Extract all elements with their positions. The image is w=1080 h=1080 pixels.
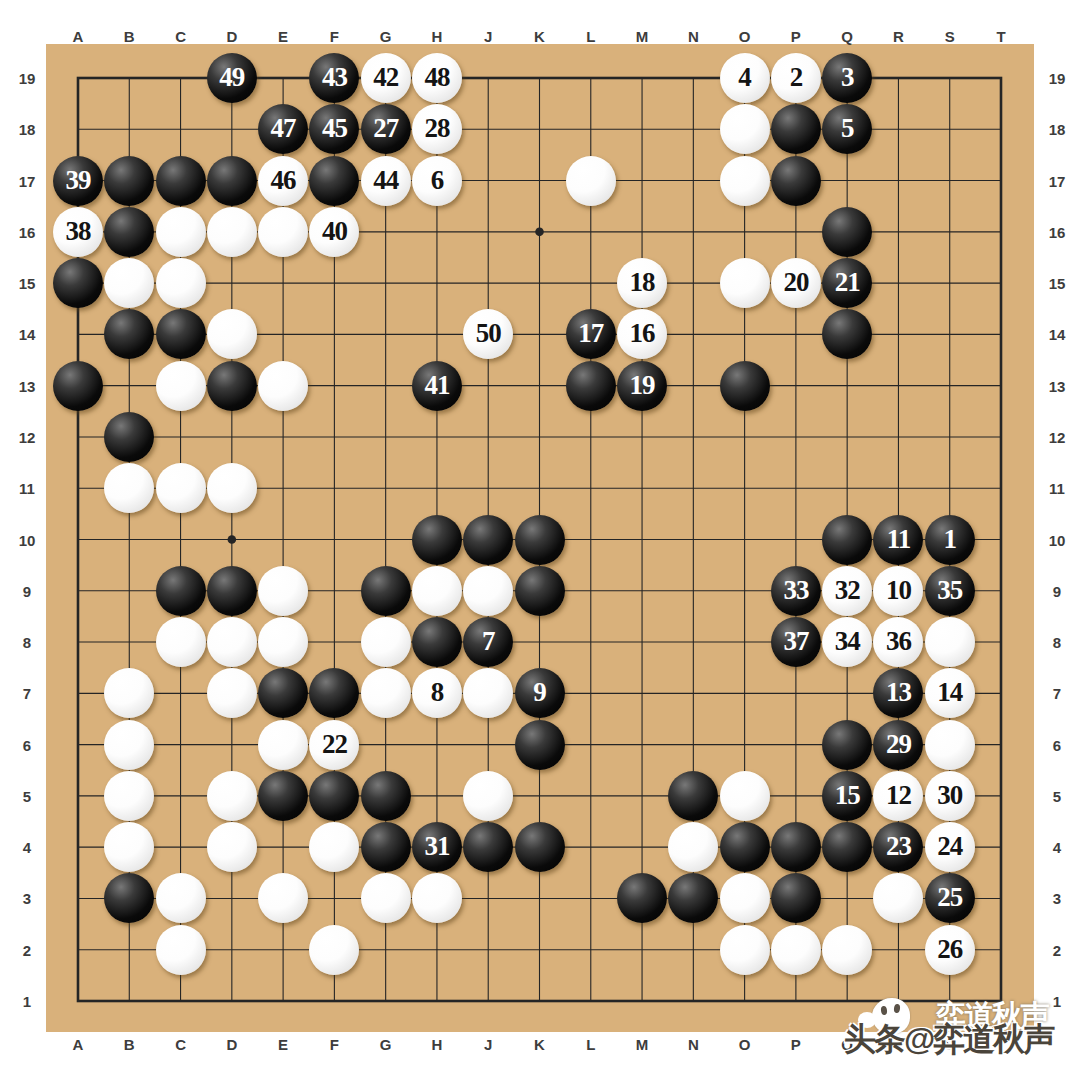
stone-F17-black	[309, 156, 359, 206]
stone-O15-white	[720, 258, 770, 308]
stone-Q15-black: 21	[822, 258, 872, 308]
stone-H3-white	[412, 873, 462, 923]
stone-E7-black	[258, 668, 308, 718]
stone-K4-black	[515, 822, 565, 872]
move-number: 46	[258, 156, 308, 206]
stone-O13-black	[720, 361, 770, 411]
stone-B11-white	[104, 463, 154, 513]
stone-R10-black: 11	[873, 515, 923, 565]
stone-R8-white: 36	[873, 617, 923, 667]
stone-B15-white	[104, 258, 154, 308]
move-number: 21	[822, 258, 872, 308]
stone-Q9-white: 32	[822, 566, 872, 616]
stone-B6-white	[104, 720, 154, 770]
stone-B12-black	[104, 412, 154, 462]
stone-E3-white	[258, 873, 308, 923]
stone-E18-black: 47	[258, 104, 308, 154]
stone-N3-black	[668, 873, 718, 923]
move-number: 16	[617, 309, 667, 359]
stone-H10-black	[412, 515, 462, 565]
stone-C16-white	[156, 207, 206, 257]
move-number: 23	[873, 822, 923, 872]
stone-O17-white	[720, 156, 770, 206]
move-number: 35	[925, 566, 975, 616]
stone-P3-black	[771, 873, 821, 923]
stone-K10-black	[515, 515, 565, 565]
stone-E13-white	[258, 361, 308, 411]
stone-A17-black: 39	[53, 156, 103, 206]
move-number: 20	[771, 258, 821, 308]
stone-S10-black: 1	[925, 515, 975, 565]
stone-D8-white	[207, 617, 257, 667]
stone-A13-black	[53, 361, 103, 411]
stone-K6-black	[515, 720, 565, 770]
move-number: 41	[412, 361, 462, 411]
stone-G9-black	[361, 566, 411, 616]
stone-C13-white	[156, 361, 206, 411]
stone-S8-white	[925, 617, 975, 667]
stone-G17-white: 44	[361, 156, 411, 206]
stone-M14-white: 16	[617, 309, 667, 359]
move-number: 38	[53, 207, 103, 257]
stone-A15-black	[53, 258, 103, 308]
stone-N5-black	[668, 771, 718, 821]
stone-P15-white: 20	[771, 258, 821, 308]
move-number: 7	[463, 617, 513, 667]
move-number: 3	[822, 53, 872, 103]
move-number: 47	[258, 104, 308, 154]
move-number: 12	[873, 771, 923, 821]
move-number: 17	[566, 309, 616, 359]
stone-G3-white	[361, 873, 411, 923]
stone-P4-black	[771, 822, 821, 872]
stone-C8-white	[156, 617, 206, 667]
stone-D13-black	[207, 361, 257, 411]
move-number: 48	[412, 53, 462, 103]
stone-D17-black	[207, 156, 257, 206]
stone-B7-white	[104, 668, 154, 718]
stone-B5-white	[104, 771, 154, 821]
move-number: 15	[822, 771, 872, 821]
stone-F16-white: 40	[309, 207, 359, 257]
move-number: 36	[873, 617, 923, 667]
stone-S9-black: 35	[925, 566, 975, 616]
stone-S6-white	[925, 720, 975, 770]
stone-N4-white	[668, 822, 718, 872]
stone-O19-white: 4	[720, 53, 770, 103]
stone-O5-white	[720, 771, 770, 821]
stone-S5-white: 30	[925, 771, 975, 821]
move-number: 34	[822, 617, 872, 667]
move-number: 4	[720, 53, 770, 103]
stone-Q10-black	[822, 515, 872, 565]
stone-H17-white: 6	[412, 156, 462, 206]
move-number: 25	[925, 873, 975, 923]
stone-P19-white: 2	[771, 53, 821, 103]
stone-P2-white	[771, 925, 821, 975]
move-number: 9	[515, 668, 565, 718]
move-number: 49	[207, 53, 257, 103]
stone-O18-white	[720, 104, 770, 154]
stone-J10-black	[463, 515, 513, 565]
stone-F5-black	[309, 771, 359, 821]
move-number: 33	[771, 566, 821, 616]
stone-P8-black: 37	[771, 617, 821, 667]
stone-E8-white	[258, 617, 308, 667]
stone-B4-white	[104, 822, 154, 872]
move-number: 31	[412, 822, 462, 872]
stone-C3-white	[156, 873, 206, 923]
stone-G7-white	[361, 668, 411, 718]
stone-D11-white	[207, 463, 257, 513]
move-number: 44	[361, 156, 411, 206]
stone-C9-black	[156, 566, 206, 616]
stone-S3-black: 25	[925, 873, 975, 923]
move-number: 5	[822, 104, 872, 154]
stone-R3-white	[873, 873, 923, 923]
stone-P17-black	[771, 156, 821, 206]
stone-F7-black	[309, 668, 359, 718]
stone-K7-black: 9	[515, 668, 565, 718]
stone-J7-white	[463, 668, 513, 718]
stone-Q19-black: 3	[822, 53, 872, 103]
stone-G5-black	[361, 771, 411, 821]
stone-P18-black	[771, 104, 821, 154]
move-number: 39	[53, 156, 103, 206]
move-number: 26	[925, 925, 975, 975]
move-number: 43	[309, 53, 359, 103]
stone-H19-white: 48	[412, 53, 462, 103]
stone-R9-white: 10	[873, 566, 923, 616]
stone-C15-white	[156, 258, 206, 308]
stone-Q5-black: 15	[822, 771, 872, 821]
stone-Q6-black	[822, 720, 872, 770]
stone-Q14-black	[822, 309, 872, 359]
stone-C2-white	[156, 925, 206, 975]
stone-G8-white	[361, 617, 411, 667]
move-number: 50	[463, 309, 513, 359]
stone-J8-black: 7	[463, 617, 513, 667]
stone-F19-black: 43	[309, 53, 359, 103]
stone-E5-black	[258, 771, 308, 821]
stone-B14-black	[104, 309, 154, 359]
stone-G19-white: 42	[361, 53, 411, 103]
stone-O4-black	[720, 822, 770, 872]
move-number: 45	[309, 104, 359, 154]
stone-D14-white	[207, 309, 257, 359]
stone-K9-black	[515, 566, 565, 616]
move-number: 29	[873, 720, 923, 770]
move-number: 2	[771, 53, 821, 103]
stone-L13-black	[566, 361, 616, 411]
stone-F2-white	[309, 925, 359, 975]
stone-Q8-white: 34	[822, 617, 872, 667]
stone-H13-black: 41	[412, 361, 462, 411]
move-number: 19	[617, 361, 667, 411]
stone-B17-black	[104, 156, 154, 206]
stone-S2-white: 26	[925, 925, 975, 975]
stone-A16-white: 38	[53, 207, 103, 257]
move-number: 8	[412, 668, 462, 718]
stone-D5-white	[207, 771, 257, 821]
stone-J14-white: 50	[463, 309, 513, 359]
stones-layer: 4943424842347452728539464463840182021501…	[0, 0, 1080, 1080]
stone-J9-white	[463, 566, 513, 616]
stone-H18-white: 28	[412, 104, 462, 154]
move-number: 37	[771, 617, 821, 667]
stone-D7-white	[207, 668, 257, 718]
move-number: 14	[925, 668, 975, 718]
stone-L17-white	[566, 156, 616, 206]
stone-Q18-black: 5	[822, 104, 872, 154]
stone-O2-white	[720, 925, 770, 975]
stone-M3-black	[617, 873, 667, 923]
stone-R5-white: 12	[873, 771, 923, 821]
stone-H4-black: 31	[412, 822, 462, 872]
stone-H9-white	[412, 566, 462, 616]
stone-E16-white	[258, 207, 308, 257]
move-number: 18	[617, 258, 667, 308]
stone-F4-white	[309, 822, 359, 872]
stone-F6-white: 22	[309, 720, 359, 770]
stone-H7-white: 8	[412, 668, 462, 718]
stone-R4-black: 23	[873, 822, 923, 872]
stone-M13-black: 19	[617, 361, 667, 411]
move-number: 10	[873, 566, 923, 616]
stone-E9-white	[258, 566, 308, 616]
stone-S4-white: 24	[925, 822, 975, 872]
move-number: 6	[412, 156, 462, 206]
stone-D4-white	[207, 822, 257, 872]
stone-F18-black: 45	[309, 104, 359, 154]
stone-J5-white	[463, 771, 513, 821]
stone-G18-black: 27	[361, 104, 411, 154]
stone-Q16-black	[822, 207, 872, 257]
stone-B16-black	[104, 207, 154, 257]
stone-Q2-white	[822, 925, 872, 975]
stone-B3-black	[104, 873, 154, 923]
move-number: 24	[925, 822, 975, 872]
stone-H8-black	[412, 617, 462, 667]
stone-D9-black	[207, 566, 257, 616]
move-number: 22	[309, 720, 359, 770]
stone-D16-white	[207, 207, 257, 257]
stone-C11-white	[156, 463, 206, 513]
move-number: 13	[873, 668, 923, 718]
stone-L14-black: 17	[566, 309, 616, 359]
stone-Q4-black	[822, 822, 872, 872]
stone-G4-black	[361, 822, 411, 872]
stone-J4-black	[463, 822, 513, 872]
stone-R7-black: 13	[873, 668, 923, 718]
move-number: 27	[361, 104, 411, 154]
move-number: 11	[873, 515, 923, 565]
stone-M15-white: 18	[617, 258, 667, 308]
move-number: 1	[925, 515, 975, 565]
stone-R6-black: 29	[873, 720, 923, 770]
move-number: 28	[412, 104, 462, 154]
stone-D19-black: 49	[207, 53, 257, 103]
stone-O3-white	[720, 873, 770, 923]
stone-E6-white	[258, 720, 308, 770]
move-number: 30	[925, 771, 975, 821]
stone-E17-white: 46	[258, 156, 308, 206]
stone-P9-black: 33	[771, 566, 821, 616]
stone-C17-black	[156, 156, 206, 206]
move-number: 32	[822, 566, 872, 616]
stone-S7-white: 14	[925, 668, 975, 718]
stone-C14-black	[156, 309, 206, 359]
move-number: 40	[309, 207, 359, 257]
move-number: 42	[361, 53, 411, 103]
go-diagram-page: AABBCCDDEEFFGGHHJJKKLLMMNNOOPPQQRRSSTT19…	[0, 0, 1080, 1080]
